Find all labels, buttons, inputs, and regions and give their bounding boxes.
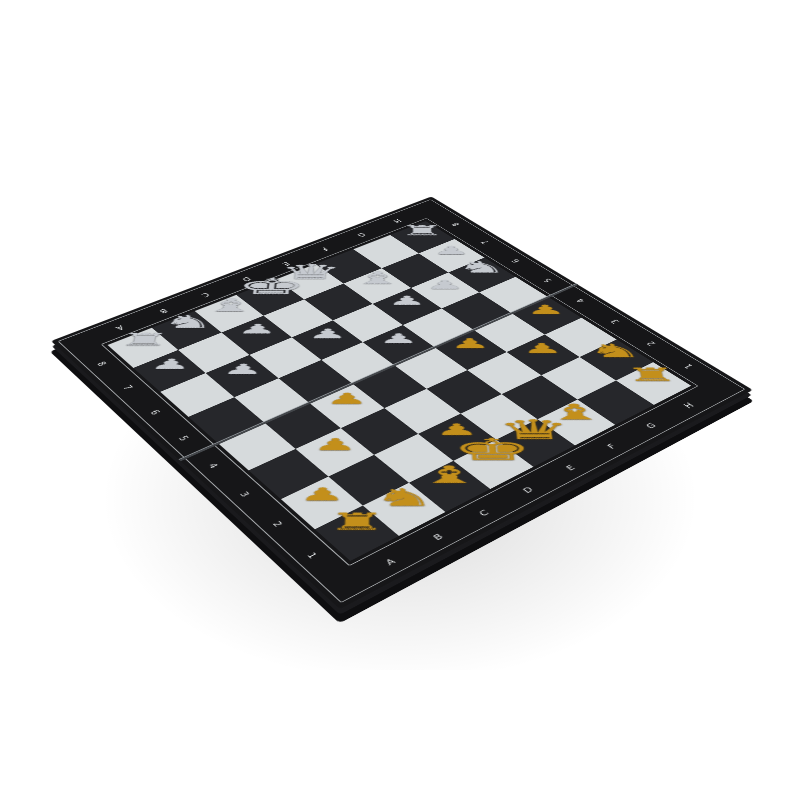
silver-knight-b8[interactable]: ♞ xyxy=(160,313,217,331)
chessboard: AABBCCDDEEFFGGHH8877665544332211 ♜♞♝♚♛♜♟… xyxy=(51,197,753,610)
silver-pawn-a7[interactable]: ♟ xyxy=(149,357,193,371)
gold-king-d1[interactable]: ♚ xyxy=(451,434,535,464)
square-c2[interactable] xyxy=(374,434,453,483)
gold-pawn-b3[interactable]: ♟ xyxy=(312,436,357,452)
square-c5[interactable] xyxy=(279,360,353,403)
scene: AABBCCDDEEFFGGHH8877665544332211 ♜♞♝♚♛♜♟… xyxy=(0,0,800,800)
square-a1[interactable] xyxy=(315,506,399,561)
gold-rook-a1[interactable]: ♜ xyxy=(327,510,387,534)
square-b3[interactable] xyxy=(296,428,375,476)
square-e3[interactable] xyxy=(427,370,502,414)
piece-anchor-a1: ♜ xyxy=(315,506,399,561)
square-a4[interactable] xyxy=(218,422,296,470)
silver-pawn-c7[interactable]: ♟ xyxy=(236,322,278,335)
square-a3[interactable] xyxy=(249,449,329,499)
square-f1[interactable] xyxy=(538,400,616,446)
silver-pawn-h7[interactable]: ♟ xyxy=(433,245,470,256)
square-d2[interactable] xyxy=(418,414,496,461)
gold-pawn-d2[interactable]: ♟ xyxy=(435,421,479,437)
piece-anchor-f1: ♝ xyxy=(538,400,616,446)
piece-anchor-b3: ♟ xyxy=(296,428,375,476)
piece-anchor-a2: ♟ xyxy=(281,477,363,530)
silver-pawn-d6[interactable]: ♟ xyxy=(307,327,348,340)
square-e2[interactable] xyxy=(461,394,538,440)
square-g1[interactable] xyxy=(577,380,654,424)
square-b4[interactable] xyxy=(264,403,341,449)
square-d4[interactable] xyxy=(352,365,426,408)
silver-pawn-b6[interactable]: ♟ xyxy=(221,362,264,376)
square-a5[interactable] xyxy=(188,397,264,443)
piece-anchor-c4: ♟ xyxy=(309,384,384,429)
gold-pawn-h4[interactable]: ♟ xyxy=(525,303,566,316)
silver-rook-h8[interactable]: ♜ xyxy=(399,224,445,238)
gold-queen-e1[interactable]: ♛ xyxy=(496,416,573,443)
silver-pawn-f6[interactable]: ♟ xyxy=(388,294,427,307)
gold-pawn-a2[interactable]: ♟ xyxy=(299,485,346,503)
square-c1[interactable] xyxy=(409,461,490,512)
piece-anchor-d2: ♟ xyxy=(418,414,496,461)
silver-bishop-f7[interactable]: ♝ xyxy=(351,270,404,287)
piece-anchor-b1: ♞ xyxy=(363,483,446,536)
square-d3[interactable] xyxy=(384,389,460,434)
square-b1[interactable] xyxy=(363,483,446,536)
square-e1[interactable] xyxy=(496,419,575,467)
gold-pawn-g3[interactable]: ♟ xyxy=(521,341,563,355)
square-a6[interactable] xyxy=(160,373,234,417)
gold-knight-b1[interactable]: ♞ xyxy=(373,485,436,509)
piece-anchor-h1: ♜ xyxy=(616,362,691,405)
gold-rook-h1[interactable]: ♜ xyxy=(624,365,681,383)
gold-knight-h2[interactable]: ♞ xyxy=(586,341,645,360)
piece-anchor-c1: ♝ xyxy=(409,461,490,512)
silver-knight-h6[interactable]: ♞ xyxy=(456,259,508,275)
gold-bishop-c1[interactable]: ♝ xyxy=(417,463,481,487)
gold-bishop-f1[interactable]: ♝ xyxy=(543,401,606,423)
piece-anchor-e1: ♛ xyxy=(496,419,575,467)
gold-pawn-f4[interactable]: ♟ xyxy=(450,337,491,351)
square-d1[interactable] xyxy=(453,440,533,489)
silver-rook-a8[interactable]: ♜ xyxy=(117,331,172,348)
square-b5[interactable] xyxy=(234,378,309,422)
square-b2[interactable] xyxy=(328,455,409,506)
square-c3[interactable] xyxy=(341,408,418,455)
silver-pawn-e5[interactable]: ♟ xyxy=(378,332,418,346)
silver-pawn-g6[interactable]: ♟ xyxy=(426,278,465,290)
piece-anchor-d1: ♚ xyxy=(453,440,533,489)
square-a2[interactable] xyxy=(281,477,363,530)
square-f2[interactable] xyxy=(502,375,578,419)
